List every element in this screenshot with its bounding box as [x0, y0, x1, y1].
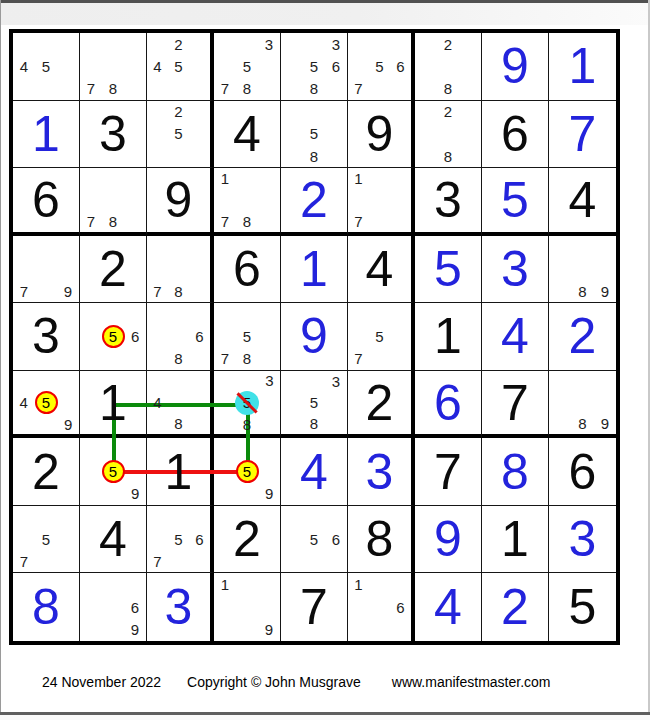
footer: 24 November 2022Copyright © John Musgrav…: [42, 674, 551, 690]
candidate: 7: [348, 210, 369, 231]
cell-r6c9[interactable]: 89: [549, 371, 616, 439]
candidate: 7: [348, 348, 369, 370]
candidate: 4: [147, 55, 168, 77]
candidate: 8: [437, 77, 459, 99]
cell-r5c8[interactable]: 4: [482, 303, 549, 371]
cell-r2c2[interactable]: 3: [80, 101, 147, 169]
cell-r1c5[interactable]: 3568: [281, 33, 348, 101]
pencil-marks: 358: [214, 371, 280, 435]
candidate: 5: [168, 123, 189, 145]
cell-r8c8[interactable]: 1: [482, 506, 549, 574]
cell-r2c7[interactable]: 28: [415, 101, 482, 169]
given-digit: 9: [348, 101, 411, 168]
cell-r8c7[interactable]: 9: [415, 506, 482, 574]
pencil-marks: 78: [147, 236, 210, 303]
solved-digit: 1: [281, 236, 347, 303]
candidate: 6: [325, 528, 347, 550]
solved-digit: 4: [482, 303, 548, 370]
given-digit: 7: [415, 438, 481, 505]
cell-r9c8[interactable]: 2: [482, 573, 549, 641]
given-digit: 6: [549, 438, 616, 505]
cell-r3c5[interactable]: 2: [281, 168, 348, 236]
cell-r1c1[interactable]: 45: [13, 33, 80, 101]
cell-r7c8[interactable]: 8: [482, 438, 549, 506]
given-digit: 2: [13, 438, 79, 505]
cell-r3c3[interactable]: 9: [147, 168, 214, 236]
cell-r1c9[interactable]: 1: [549, 33, 616, 101]
candidate: 1: [214, 573, 236, 596]
eliminated-candidate: 5: [235, 391, 259, 415]
cell-r3c7[interactable]: 3: [415, 168, 482, 236]
candidate: 9: [594, 413, 616, 434]
given-digit: 5: [549, 573, 616, 641]
cell-r2c1[interactable]: 1: [13, 101, 80, 169]
solved-digit: 7: [549, 101, 616, 168]
cell-r6c2[interactable]: 1: [80, 371, 147, 439]
pencil-marks: 178: [214, 168, 280, 232]
candidate: 9: [125, 483, 147, 505]
cell-r7c6[interactable]: 3: [348, 438, 415, 506]
cell-r1c2[interactable]: 78: [80, 33, 147, 101]
pencil-marks: 58: [281, 101, 347, 168]
given-digit: 2: [348, 371, 411, 435]
cell-r6c3[interactable]: 48: [147, 371, 214, 439]
candidate: 7: [348, 77, 369, 99]
pencil-marks: 89: [549, 371, 616, 435]
candidate: 8: [571, 280, 593, 302]
solved-digit: 1: [549, 33, 616, 100]
given-digit: 9: [147, 168, 210, 232]
candidate: 3: [325, 33, 347, 55]
candidate: 7: [214, 348, 236, 370]
candidate: 7: [147, 280, 168, 302]
cell-r8c6[interactable]: 8: [348, 506, 415, 574]
given-digit: 8: [348, 506, 411, 573]
highlighted-candidate: 5: [102, 325, 125, 348]
candidate: 9: [594, 280, 616, 302]
cell-r6c5[interactable]: 358: [281, 371, 348, 439]
solved-digit: 8: [13, 573, 79, 641]
pencil-marks: 69: [80, 573, 146, 641]
candidate: 8: [236, 77, 258, 99]
candidate: 6: [189, 325, 210, 347]
pencil-marks: 3568: [281, 33, 347, 100]
cell-r3c9[interactable]: 4: [549, 168, 616, 236]
candidate: 2: [437, 33, 459, 55]
cell-r8c2[interactable]: 4: [80, 506, 147, 574]
solved-digit: 6: [415, 371, 481, 435]
candidate: 7: [214, 210, 236, 231]
solved-digit: 3: [147, 573, 210, 641]
candidate: 3: [325, 371, 347, 392]
cell-r2c8[interactable]: 6: [482, 101, 549, 169]
highlighted-candidate: 5: [236, 460, 259, 483]
given-digit: 3: [13, 303, 79, 370]
candidate: 3: [258, 33, 280, 55]
cell-r9c4[interactable]: 19: [214, 573, 281, 641]
candidate: 7: [13, 550, 35, 572]
cell-r6c4[interactable]: 358: [214, 371, 281, 439]
cell-r7c1[interactable]: 2: [13, 438, 80, 506]
cell-r2c9[interactable]: 7: [549, 101, 616, 169]
pencil-marks: 59: [214, 438, 280, 505]
cell-r5c3[interactable]: 68: [147, 303, 214, 371]
pencil-marks: 19: [214, 573, 280, 641]
page: 4578245357835685672891132545892867678917…: [0, 0, 650, 720]
given-digit: 1: [415, 303, 481, 370]
candidate: 6: [189, 528, 210, 550]
pencil-marks: 78: [80, 168, 146, 232]
candidate: 8: [168, 280, 189, 302]
cell-r6c1[interactable]: 459: [13, 371, 80, 439]
candidate: 8: [168, 348, 189, 370]
cell-r5c4[interactable]: 578: [214, 303, 281, 371]
cell-r3c2[interactable]: 78: [80, 168, 147, 236]
pencil-marks: 28: [415, 101, 481, 168]
candidate: 9: [259, 483, 281, 505]
candidate: 8: [102, 77, 124, 99]
candidate: 4: [13, 55, 35, 77]
candidate: 6: [124, 596, 146, 619]
candidate: 5: [236, 325, 258, 347]
cell-r4c2[interactable]: 2: [80, 236, 147, 304]
footer-website-link[interactable]: www.manifestmaster.com: [392, 674, 551, 690]
cell-r6c7[interactable]: 6: [415, 371, 482, 439]
solved-digit: 2: [482, 573, 548, 641]
candidate: 9: [57, 280, 79, 302]
cell-r5c7[interactable]: 1: [415, 303, 482, 371]
pencil-marks: 45: [13, 33, 79, 100]
candidate: 2: [168, 101, 189, 123]
pencil-marks: 16: [348, 573, 411, 641]
candidate: 1: [214, 168, 236, 189]
candidate: 5: [303, 528, 325, 550]
pencil-marks: 89: [549, 236, 616, 303]
given-digit: 6: [214, 236, 280, 303]
candidate: 8: [571, 413, 593, 434]
cell-r9c7[interactable]: 4: [415, 573, 482, 641]
cell-r5c5[interactable]: 9: [281, 303, 348, 371]
candidate: 5: [369, 55, 390, 77]
solved-digit: 5: [415, 236, 481, 303]
candidate: 8: [236, 210, 258, 231]
cell-r8c9[interactable]: 3: [549, 506, 616, 574]
cell-r4c7[interactable]: 5: [415, 236, 482, 304]
solved-digit: 2: [549, 303, 616, 370]
solved-digit: 9: [281, 303, 347, 370]
pencil-marks: 17: [348, 168, 411, 232]
given-digit: 1: [147, 438, 210, 505]
pencil-marks: 57: [13, 506, 79, 573]
cell-r1c7[interactable]: 28: [415, 33, 482, 101]
cell-r4c9[interactable]: 89: [549, 236, 616, 304]
pencil-marks: 567: [147, 506, 210, 573]
solved-digit: 5: [482, 168, 548, 232]
cell-r2c3[interactable]: 25: [147, 101, 214, 169]
candidate: 1: [348, 573, 369, 596]
candidate: 3: [259, 371, 280, 391]
given-digit: 7: [482, 371, 548, 435]
pencil-marks: 78: [80, 33, 146, 100]
cell-r2c5[interactable]: 58: [281, 101, 348, 169]
given-digit: 3: [80, 101, 146, 168]
candidate: 8: [303, 413, 325, 434]
cell-r4c4[interactable]: 6: [214, 236, 281, 304]
given-digit: 2: [80, 236, 146, 303]
pencil-marks: 3578: [214, 33, 280, 100]
cell-r5c2[interactable]: 56: [80, 303, 147, 371]
candidate: 5: [303, 392, 325, 413]
cell-r4c5[interactable]: 1: [281, 236, 348, 304]
pencil-marks: 56: [80, 303, 146, 370]
given-digit: 2: [214, 506, 280, 573]
pencil-marks: 567: [348, 33, 411, 100]
cell-r2c6[interactable]: 9: [348, 101, 415, 169]
solved-digit: 9: [482, 33, 548, 100]
cell-r1c6[interactable]: 567: [348, 33, 415, 101]
cell-r9c3[interactable]: 3: [147, 573, 214, 641]
cell-r6c8[interactable]: 7: [482, 371, 549, 439]
bottom-gray-bar: [0, 712, 650, 720]
candidate: 8: [102, 210, 124, 231]
cell-r7c2[interactable]: 59: [80, 438, 147, 506]
given-digit: 4: [549, 168, 616, 232]
candidate: 9: [124, 618, 146, 641]
candidate: 8: [437, 145, 459, 167]
candidate: 7: [147, 550, 168, 572]
cell-r5c1[interactable]: 3: [13, 303, 80, 371]
pencil-marks: 79: [13, 236, 79, 303]
given-digit: 4: [348, 236, 411, 303]
pencil-marks: 48: [147, 371, 210, 435]
candidate: 5: [369, 325, 390, 347]
given-digit: 1: [80, 371, 146, 435]
cell-r7c4[interactable]: 59: [214, 438, 281, 506]
solved-digit: 4: [415, 573, 481, 641]
cell-r4c8[interactable]: 3: [482, 236, 549, 304]
cell-r3c8[interactable]: 5: [482, 168, 549, 236]
given-digit: 6: [482, 101, 548, 168]
given-digit: 1: [482, 506, 548, 573]
highlighted-candidate: 5: [35, 391, 58, 414]
cell-r8c1[interactable]: 57: [13, 506, 80, 574]
solved-digit: 3: [482, 236, 548, 303]
top-gradient-band: [0, 3, 650, 25]
pencil-marks: 59: [80, 438, 146, 505]
cell-r8c5[interactable]: 56: [281, 506, 348, 574]
pencil-marks: 56: [281, 506, 347, 573]
cell-r3c1[interactable]: 6: [13, 168, 80, 236]
cell-r1c8[interactable]: 9: [482, 33, 549, 101]
candidate: 8: [303, 145, 325, 167]
given-digit: 6: [13, 168, 79, 232]
cell-r3c4[interactable]: 178: [214, 168, 281, 236]
candidate: 5: [303, 55, 325, 77]
cell-r4c1[interactable]: 79: [13, 236, 80, 304]
candidate: 6: [390, 596, 411, 619]
cell-r9c2[interactable]: 69: [80, 573, 147, 641]
candidate: 6: [325, 55, 347, 77]
candidate: 8: [303, 77, 325, 99]
candidate: 5: [168, 55, 189, 77]
cell-r2c4[interactable]: 4: [214, 101, 281, 169]
candidate: 7: [13, 280, 35, 302]
pencil-marks: 245: [147, 33, 210, 100]
candidate: 9: [58, 414, 80, 434]
cell-r8c4[interactable]: 2: [214, 506, 281, 574]
candidate: 8: [236, 348, 258, 370]
solved-digit: 8: [482, 438, 548, 505]
given-digit: 4: [80, 506, 146, 573]
solved-digit: 9: [415, 506, 481, 573]
cell-r7c5[interactable]: 4: [281, 438, 348, 506]
candidate: 1: [348, 168, 369, 189]
pencil-marks: 25: [147, 101, 210, 168]
solved-digit: 1: [13, 101, 79, 168]
candidate: 5: [236, 55, 258, 77]
pencil-marks: 578: [214, 303, 280, 370]
cell-r1c4[interactable]: 3578: [214, 33, 281, 101]
cell-r9c9[interactable]: 5: [549, 573, 616, 641]
candidate: 2: [168, 33, 189, 55]
page-left-edge: [0, 0, 1, 720]
solved-digit: 3: [348, 438, 411, 505]
sudoku-board: 4578245357835685672891132545892867678917…: [9, 29, 620, 645]
cell-r1c3[interactable]: 245: [147, 33, 214, 101]
candidate: 2: [437, 101, 459, 123]
cell-r9c6[interactable]: 16: [348, 573, 415, 641]
given-digit: 4: [214, 101, 280, 168]
candidate: 9: [258, 618, 280, 641]
cell-r9c5[interactable]: 7: [281, 573, 348, 641]
candidate: 6: [125, 325, 147, 348]
pencil-marks: 358: [281, 371, 347, 435]
pencil-marks: 28: [415, 33, 481, 100]
cell-r8c3[interactable]: 567: [147, 506, 214, 574]
candidate: 4: [147, 392, 168, 413]
candidate: 8: [168, 413, 189, 434]
cell-r6c6[interactable]: 2: [348, 371, 415, 439]
cell-r5c9[interactable]: 2: [549, 303, 616, 371]
candidate: 5: [35, 528, 57, 550]
cell-r9c1[interactable]: 8: [13, 573, 80, 641]
cell-r7c3[interactable]: 1: [147, 438, 214, 506]
candidate: 7: [80, 210, 102, 231]
candidate: 5: [35, 55, 57, 77]
solved-digit: 3: [549, 506, 616, 573]
cell-r4c3[interactable]: 78: [147, 236, 214, 304]
cell-r4c6[interactable]: 4: [348, 236, 415, 304]
given-digit: 3: [415, 168, 481, 232]
highlighted-candidate: 5: [102, 460, 125, 483]
pencil-marks: 68: [147, 303, 210, 370]
candidate: 7: [80, 77, 102, 99]
pencil-marks: 57: [348, 303, 411, 370]
candidate: 5: [168, 528, 189, 550]
cell-r7c9[interactable]: 6: [549, 438, 616, 506]
candidate: 7: [214, 77, 236, 99]
candidate: 4: [13, 391, 35, 414]
solved-digit: 4: [281, 438, 347, 505]
candidate: 8: [235, 415, 259, 435]
candidate: 6: [390, 55, 411, 77]
cell-r3c6[interactable]: 17: [348, 168, 415, 236]
candidate: 5: [303, 123, 325, 145]
given-digit: 7: [281, 573, 347, 641]
solved-digit: 2: [281, 168, 347, 232]
footer-copyright: Copyright © John Musgrave: [187, 674, 361, 690]
footer-date: 24 November 2022: [42, 674, 161, 690]
cell-r7c7[interactable]: 7: [415, 438, 482, 506]
pencil-marks: 459: [13, 371, 79, 435]
cell-r5c6[interactable]: 57: [348, 303, 415, 371]
